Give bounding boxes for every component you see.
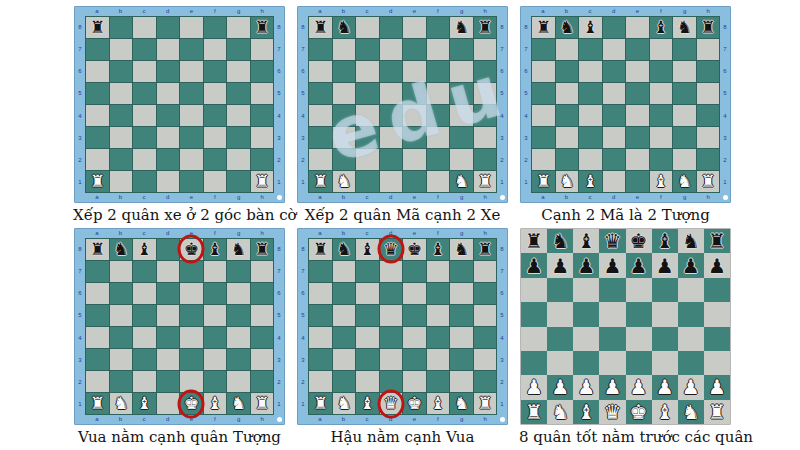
square-h1: ♜ [704,400,730,424]
square-a8: ♜ [521,229,547,253]
rank-label: 4 [75,327,85,349]
square-b5 [110,83,133,104]
square-e7 [180,39,203,60]
square-h5 [697,83,720,104]
file-label: f [426,415,450,424]
square-c2 [579,149,602,170]
chess-board-2: abcdefgh 87654321 87654321 abcdefgh ♜♞♞♜… [297,6,508,203]
square-d5 [380,83,403,104]
file-label: f [203,415,227,424]
square-a6 [532,61,555,82]
piece-white-pawn: ♟ [656,377,674,397]
piece-white-rook: ♜ [254,395,269,412]
square-d5 [157,83,180,104]
rank-label: 7 [720,38,730,60]
square-f6 [427,283,450,304]
file-label: d [156,193,180,202]
square-d1 [380,171,403,192]
piece-black-pawn: ♟ [525,256,543,276]
square-b2: ♟ [547,375,573,399]
square-b7 [556,39,579,60]
corner-dot [277,417,282,422]
file-label: e [626,7,650,16]
square-f5 [204,305,227,326]
rank-label: 2 [497,149,507,171]
square-d6 [603,61,626,82]
piece-black-king: ♚ [184,241,199,258]
piece-white-rook: ♜ [313,173,328,190]
square-d3 [380,127,403,148]
square-h1: ♜ [697,171,720,192]
file-label: g [673,7,697,16]
square-e2 [180,371,203,392]
square-f6 [652,278,678,302]
square-b2 [333,149,356,170]
square-e4 [626,327,652,351]
rank-label: 2 [497,371,507,393]
square-f5 [427,305,450,326]
square-g2 [450,371,473,392]
rank-labels-left: 87654321 [298,238,308,415]
rank-label: 4 [497,327,507,349]
rank-label: 1 [75,171,85,193]
piece-black-rook: ♜ [708,231,726,251]
rank-label: 7 [274,260,284,282]
piece-black-king: ♚ [630,231,648,251]
square-g5 [450,83,473,104]
square-e3 [180,127,203,148]
square-g5 [673,83,696,104]
piece-black-pawn: ♟ [603,256,621,276]
square-f5 [652,302,678,326]
square-f3 [652,351,678,375]
rank-label: 5 [75,304,85,326]
rank-label: 7 [298,38,308,60]
rank-label: 5 [298,304,308,326]
rank-label: 1 [75,393,85,415]
piece-black-king: ♚ [407,241,422,258]
file-label: g [227,415,251,424]
square-b4 [333,327,356,348]
square-b1: ♞ [333,393,356,414]
corner-dot [500,417,505,422]
board-squares-5: ♜♞♝♛♚♝♞♜♜♞♝♛♚♝♞♜ [308,238,497,415]
rank-label: 1 [497,393,507,415]
piece-white-rook: ♜ [477,173,492,190]
piece-black-knight: ♞ [682,231,700,251]
file-label: h [473,7,497,16]
square-e6 [403,283,426,304]
square-d4 [380,327,403,348]
piece-black-rook: ♜ [313,241,328,258]
rank-label: 3 [497,127,507,149]
square-d3 [380,349,403,370]
board-squares-3: ♜♞♝♝♞♜♜♞♝♝♞♜ [531,16,720,193]
square-c3 [356,127,379,148]
file-label: a [308,193,332,202]
file-label: c [355,7,379,16]
square-f3 [427,127,450,148]
piece-white-knight: ♞ [551,402,569,422]
square-a8: ♜ [532,17,555,38]
board-squares-6: ♜♞♝♛♚♝♞♜♟♟♟♟♟♟♟♟♟♟♟♟♟♟♟♟♜♞♝♛♚♝♞♜ [521,229,730,424]
square-f8 [204,17,227,38]
square-a1: ♜ [86,171,109,192]
square-d8 [380,17,403,38]
square-h2 [697,149,720,170]
rank-label: 4 [720,105,730,127]
square-d4 [157,105,180,126]
rank-label: 3 [298,349,308,371]
square-c2 [133,371,156,392]
square-f8: ♝ [427,239,450,260]
rank-label: 7 [497,260,507,282]
square-b5 [547,302,573,326]
square-g8: ♞ [678,229,704,253]
square-b4 [110,327,133,348]
file-label: d [156,415,180,424]
square-c4 [356,327,379,348]
piece-black-knight: ♞ [336,19,351,36]
rank-label: 5 [497,82,507,104]
square-b8: ♞ [547,229,573,253]
square-a8: ♜ [86,17,109,38]
file-label: h [696,193,720,202]
square-f1 [427,171,450,192]
square-e6 [403,61,426,82]
square-c5 [573,302,599,326]
file-label: h [250,193,274,202]
square-e5 [403,83,426,104]
square-h3 [251,127,274,148]
file-label: f [649,193,673,202]
square-a5 [309,305,332,326]
square-d1 [157,393,180,414]
file-labels-top: abcdefgh [85,7,274,16]
piece-white-rook: ♜ [90,395,105,412]
square-a3 [532,127,555,148]
piece-white-bishop: ♝ [207,395,222,412]
rank-label: 6 [497,282,507,304]
rank-label: 5 [521,82,531,104]
square-d2 [380,149,403,170]
square-d1: ♛ [599,400,625,424]
square-f2 [204,149,227,170]
rank-label: 2 [521,149,531,171]
square-c6 [133,61,156,82]
file-label: c [355,229,379,238]
board-tile-5: abcdefgh 87654321 87654321 abcdefgh ♜♞♝♛… [296,228,509,447]
rank-labels-left: 87654321 [521,16,531,193]
rank-label: 6 [298,282,308,304]
square-h2 [251,371,274,392]
square-d7: ♟ [599,253,625,277]
file-label: b [332,229,356,238]
chess-lesson-page: edu abcdefgh 87654321 87654321 abcdefgh … [0,0,800,450]
square-h3 [704,351,730,375]
file-label: b [555,7,579,16]
square-e1: ♚ [180,393,203,414]
square-e4 [626,105,649,126]
file-label: d [379,193,403,202]
rank-label: 7 [75,260,85,282]
square-b8: ♞ [333,17,356,38]
piece-black-queen: ♛ [383,241,398,258]
square-h4 [474,105,497,126]
square-b7 [333,39,356,60]
piece-white-rook: ♜ [477,395,492,412]
file-label: e [403,415,427,424]
square-h6 [474,61,497,82]
square-g6 [450,61,473,82]
square-f2 [204,371,227,392]
rank-label: 8 [298,238,308,260]
square-g3 [227,349,250,370]
square-f6 [204,283,227,304]
square-d7 [157,39,180,60]
square-e1 [403,171,426,192]
rank-label: 7 [521,38,531,60]
square-f8: ♝ [650,17,673,38]
piece-black-pawn: ♟ [656,256,674,276]
piece-white-pawn: ♟ [708,377,726,397]
file-label: h [250,415,274,424]
square-f4 [204,327,227,348]
file-labels-top: abcdefgh [308,229,497,238]
square-b1: ♞ [333,171,356,192]
chess-board-6: ♜♞♝♛♚♝♞♜♟♟♟♟♟♟♟♟♟♟♟♟♟♟♟♟♜♞♝♛♚♝♞♜ [520,228,731,425]
square-a3 [309,127,332,148]
square-d2: ♟ [599,375,625,399]
file-label: d [379,229,403,238]
square-d4 [157,327,180,348]
piece-white-rook: ♜ [536,173,551,190]
chess-board-3: abcdefgh 87654321 87654321 abcdefgh ♜♞♝♝… [520,6,731,203]
square-g7 [673,39,696,60]
rank-labels-left: 87654321 [75,16,85,193]
square-c1 [356,171,379,192]
file-label: d [602,7,626,16]
square-f5 [650,83,673,104]
square-h7 [251,261,274,282]
square-d1 [603,171,626,192]
square-f1 [204,171,227,192]
square-b2 [110,371,133,392]
square-d8: ♛ [599,229,625,253]
file-label: e [403,193,427,202]
piece-black-pawn: ♟ [682,256,700,276]
square-e8: ♚ [626,229,652,253]
square-g7 [450,261,473,282]
rank-label: 3 [75,127,85,149]
square-b6 [333,283,356,304]
piece-white-pawn: ♟ [577,377,595,397]
square-e1: ♚ [626,400,652,424]
rank-label: 8 [75,16,85,38]
rank-label: 2 [298,371,308,393]
file-label: a [531,7,555,16]
square-g1: ♞ [227,393,250,414]
corner-dot [277,195,282,200]
square-h4 [704,327,730,351]
piece-black-bishop: ♝ [137,241,152,258]
square-c5 [133,83,156,104]
file-label: g [227,193,251,202]
square-c6 [133,283,156,304]
square-b3 [333,127,356,148]
piece-white-pawn: ♟ [603,377,621,397]
square-f2: ♟ [652,375,678,399]
square-d3 [599,351,625,375]
rank-label: 3 [274,127,284,149]
square-e8 [180,17,203,38]
square-c7 [133,39,156,60]
square-g2 [227,149,250,170]
rank-label: 7 [497,38,507,60]
square-b8: ♞ [110,239,133,260]
file-label: g [450,415,474,424]
square-b1: ♞ [110,393,133,414]
board-squares-1: ♜♜♜♜ [85,16,274,193]
piece-white-rook: ♜ [708,402,726,422]
square-e7 [403,39,426,60]
square-c3 [133,127,156,148]
square-h8: ♜ [704,229,730,253]
square-e3 [180,349,203,370]
square-h7 [697,39,720,60]
piece-white-bishop: ♝ [430,395,445,412]
square-c1: ♝ [573,400,599,424]
rank-label: 4 [497,105,507,127]
rank-label: 4 [274,327,284,349]
file-label: h [250,229,274,238]
piece-white-knight: ♞ [336,395,351,412]
square-d5 [599,302,625,326]
square-b5 [333,83,356,104]
square-c6 [579,61,602,82]
square-f3 [427,349,450,370]
piece-black-rook: ♜ [477,241,492,258]
square-h8: ♜ [251,239,274,260]
square-f2 [650,149,673,170]
file-label: f [426,7,450,16]
square-g1: ♞ [450,171,473,192]
rank-label: 8 [720,16,730,38]
square-c8 [133,17,156,38]
square-h2 [474,149,497,170]
rank-label: 4 [521,105,531,127]
square-a7 [86,39,109,60]
file-label: h [250,7,274,16]
square-g4 [673,105,696,126]
square-a1: ♜ [309,393,332,414]
file-label: g [450,7,474,16]
file-label: a [531,193,555,202]
square-e5 [403,305,426,326]
file-label: d [379,7,403,16]
piece-white-knight: ♞ [454,395,469,412]
file-label: f [649,7,673,16]
square-b1: ♞ [547,400,573,424]
square-g3 [450,127,473,148]
square-f4 [652,327,678,351]
piece-black-rook: ♜ [313,19,328,36]
piece-black-rook: ♜ [700,19,715,36]
piece-white-bishop: ♝ [577,402,595,422]
square-b7 [110,261,133,282]
rank-label: 5 [497,304,507,326]
square-g2 [450,149,473,170]
square-f7 [650,39,673,60]
square-c7 [579,39,602,60]
square-b6 [333,61,356,82]
square-a8: ♜ [309,239,332,260]
square-h6 [474,283,497,304]
square-e4 [180,105,203,126]
square-a1: ♜ [521,400,547,424]
square-a3 [86,349,109,370]
file-labels-bottom: abcdefgh [85,415,274,424]
rank-label: 6 [75,60,85,82]
square-d3 [603,127,626,148]
rank-label: 2 [274,149,284,171]
square-b7 [110,39,133,60]
square-h3 [474,127,497,148]
file-label: e [180,415,204,424]
square-a2 [532,149,555,170]
file-label: f [426,229,450,238]
rank-label: 3 [75,349,85,371]
square-f7 [204,39,227,60]
file-label: e [180,7,204,16]
file-label: c [355,193,379,202]
square-c4 [133,327,156,348]
square-g4 [450,105,473,126]
square-a5 [521,302,547,326]
square-g8: ♞ [227,239,250,260]
square-d4 [603,105,626,126]
piece-white-bishop: ♝ [656,402,674,422]
board-squares-4: ♜♞♝♚♝♞♜♜♞♝♚♝♞♜ [85,238,274,415]
square-g4 [227,327,250,348]
square-c8: ♝ [133,239,156,260]
square-h8: ♜ [474,17,497,38]
file-label: c [132,415,156,424]
square-h4 [251,105,274,126]
square-h4 [697,105,720,126]
piece-black-pawn: ♟ [630,256,648,276]
square-e6 [180,283,203,304]
piece-black-bishop: ♝ [360,241,375,258]
piece-white-queen: ♛ [603,402,621,422]
rank-label: 2 [720,149,730,171]
square-e8 [626,17,649,38]
square-h7 [474,261,497,282]
square-b1 [110,171,133,192]
square-f4 [427,327,450,348]
square-c1: ♝ [579,171,602,192]
piece-black-pawn: ♟ [708,256,726,276]
piece-white-bishop: ♝ [137,395,152,412]
square-a2 [86,371,109,392]
rank-label: 3 [720,127,730,149]
square-d8 [157,17,180,38]
square-c3 [579,127,602,148]
file-label: e [403,229,427,238]
board-tile-6: ♜♞♝♛♚♝♞♜♟♟♟♟♟♟♟♟♟♟♟♟♟♟♟♟♜♞♝♛♚♝♞♜ 8 quân … [519,228,732,447]
square-d5 [603,83,626,104]
square-c8 [356,17,379,38]
